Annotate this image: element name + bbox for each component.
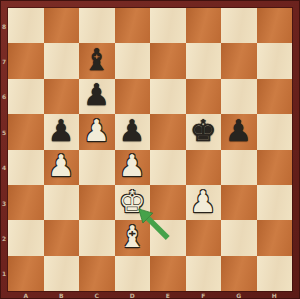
file-label-a: A — [23, 292, 28, 299]
square-c7[interactable]: ♝ — [79, 43, 115, 78]
square-h5[interactable] — [257, 114, 293, 149]
square-h7[interactable] — [257, 43, 293, 78]
square-f4[interactable] — [186, 150, 222, 185]
black-pawn[interactable]: ♟ — [48, 116, 75, 146]
square-b6[interactable] — [44, 79, 80, 114]
square-e8[interactable] — [150, 8, 186, 43]
rank-label-2: 2 — [2, 234, 6, 241]
square-d2[interactable]: ♝ — [115, 220, 151, 255]
square-e3[interactable] — [150, 185, 186, 220]
square-g8[interactable] — [221, 8, 257, 43]
square-c4[interactable] — [79, 150, 115, 185]
square-e4[interactable] — [150, 150, 186, 185]
square-h2[interactable] — [257, 220, 293, 255]
white-king[interactable]: ♚ — [119, 187, 146, 217]
square-h4[interactable] — [257, 150, 293, 185]
white-bishop[interactable]: ♝ — [119, 222, 146, 252]
file-label-b: B — [59, 292, 64, 299]
rank-label-4: 4 — [2, 164, 6, 171]
square-d8[interactable] — [115, 8, 151, 43]
square-a6[interactable] — [8, 79, 44, 114]
square-h6[interactable] — [257, 79, 293, 114]
square-d4[interactable]: ♟ — [115, 150, 151, 185]
square-a3[interactable] — [8, 185, 44, 220]
square-b4[interactable]: ♟ — [44, 150, 80, 185]
square-c2[interactable] — [79, 220, 115, 255]
square-e5[interactable] — [150, 114, 186, 149]
square-e6[interactable] — [150, 79, 186, 114]
square-b2[interactable] — [44, 220, 80, 255]
black-bishop[interactable]: ♝ — [83, 45, 110, 75]
square-f6[interactable] — [186, 79, 222, 114]
file-label-d: D — [130, 292, 135, 299]
white-pawn[interactable]: ♟ — [119, 152, 146, 182]
rank-label-1: 1 — [2, 270, 6, 277]
rank-label-6: 6 — [2, 93, 6, 100]
square-d7[interactable] — [115, 43, 151, 78]
square-e2[interactable] — [150, 220, 186, 255]
square-b3[interactable] — [44, 185, 80, 220]
black-pawn[interactable]: ♟ — [119, 116, 146, 146]
square-g1[interactable] — [221, 256, 257, 291]
chess-board: ♝♟♟♟♟♚♟♟♟♚♟♝ — [8, 8, 292, 291]
square-g3[interactable] — [221, 185, 257, 220]
square-b8[interactable] — [44, 8, 80, 43]
file-label-c: C — [95, 292, 99, 299]
file-label-h: H — [272, 292, 277, 299]
square-f5[interactable]: ♚ — [186, 114, 222, 149]
white-pawn[interactable]: ♟ — [190, 187, 217, 217]
square-f8[interactable] — [186, 8, 222, 43]
black-king[interactable]: ♚ — [190, 116, 217, 146]
square-b5[interactable]: ♟ — [44, 114, 80, 149]
square-c8[interactable] — [79, 8, 115, 43]
square-a1[interactable] — [8, 256, 44, 291]
rank-label-3: 3 — [2, 199, 6, 206]
square-d5[interactable]: ♟ — [115, 114, 151, 149]
file-label-e: E — [166, 292, 170, 299]
white-pawn[interactable]: ♟ — [48, 152, 75, 182]
square-a8[interactable] — [8, 8, 44, 43]
square-b1[interactable] — [44, 256, 80, 291]
square-c3[interactable] — [79, 185, 115, 220]
rank-label-7: 7 — [2, 58, 6, 65]
rank-label-5: 5 — [2, 128, 6, 135]
square-e7[interactable] — [150, 43, 186, 78]
square-g5[interactable]: ♟ — [221, 114, 257, 149]
black-pawn[interactable]: ♟ — [225, 116, 252, 146]
square-g4[interactable] — [221, 150, 257, 185]
square-a2[interactable] — [8, 220, 44, 255]
square-a5[interactable] — [8, 114, 44, 149]
square-c1[interactable] — [79, 256, 115, 291]
square-f3[interactable]: ♟ — [186, 185, 222, 220]
square-g2[interactable] — [221, 220, 257, 255]
square-f2[interactable] — [186, 220, 222, 255]
square-h8[interactable] — [257, 8, 293, 43]
square-d1[interactable] — [115, 256, 151, 291]
square-c5[interactable]: ♟ — [79, 114, 115, 149]
file-label-f: F — [201, 292, 205, 299]
square-c6[interactable]: ♟ — [79, 79, 115, 114]
square-a7[interactable] — [8, 43, 44, 78]
square-h3[interactable] — [257, 185, 293, 220]
square-h1[interactable] — [257, 256, 293, 291]
square-g6[interactable] — [221, 79, 257, 114]
square-a4[interactable] — [8, 150, 44, 185]
square-b7[interactable] — [44, 43, 80, 78]
square-d6[interactable] — [115, 79, 151, 114]
square-e1[interactable] — [150, 256, 186, 291]
file-label-g: G — [236, 292, 241, 299]
square-f1[interactable] — [186, 256, 222, 291]
white-pawn[interactable]: ♟ — [83, 116, 110, 146]
square-g7[interactable] — [221, 43, 257, 78]
square-d3[interactable]: ♚ — [115, 185, 151, 220]
rank-label-8: 8 — [2, 22, 6, 29]
black-pawn[interactable]: ♟ — [83, 81, 110, 111]
square-f7[interactable] — [186, 43, 222, 78]
chess-board-frame: ♝♟♟♟♟♚♟♟♟♚♟♝ 87654321ABCDEFGH — [0, 0, 300, 299]
